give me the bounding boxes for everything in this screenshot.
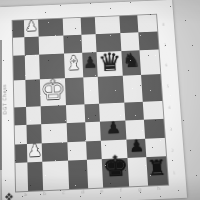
- rank-label-8: 8: [158, 14, 169, 35]
- square-a3[interactable]: [15, 125, 27, 144]
- black-king[interactable]: ♚: [102, 152, 129, 182]
- square-d5[interactable]: [65, 77, 84, 105]
- rank-label-7: 7: [159, 34, 170, 55]
- square-d2[interactable]: [68, 141, 87, 161]
- square-h1[interactable]: ♜: [147, 156, 169, 185]
- file-label-c: c: [54, 190, 73, 199]
- board-logo-icon: ❖: [4, 192, 14, 200]
- square-b1[interactable]: [27, 162, 43, 191]
- square-g5[interactable]: [123, 75, 143, 103]
- square-a2[interactable]: [15, 144, 27, 163]
- square-b7[interactable]: [24, 37, 39, 55]
- white-pawn[interactable]: ♟: [27, 142, 43, 159]
- rank-label-3: 3: [165, 118, 176, 140]
- file-label-f: f: [111, 187, 130, 196]
- white-pawn[interactable]: ♟: [25, 20, 38, 34]
- black-knight[interactable]: ♞: [122, 51, 141, 71]
- square-d6[interactable]: ♝: [64, 53, 83, 78]
- black-pawn[interactable]: ♟: [129, 138, 145, 155]
- file-label-e: e: [92, 188, 111, 197]
- square-h8[interactable]: [138, 15, 158, 33]
- square-a4[interactable]: [14, 107, 26, 126]
- square-d8[interactable]: [63, 18, 82, 36]
- square-g1[interactable]: [128, 157, 148, 186]
- square-b4[interactable]: [26, 106, 41, 125]
- noise-speckles-white: [0, 0, 1, 1]
- file-label-b: b: [35, 191, 54, 200]
- square-e4[interactable]: [85, 104, 101, 123]
- square-a8[interactable]: [13, 20, 25, 38]
- square-h4[interactable]: [143, 101, 163, 120]
- square-h5[interactable]: [141, 74, 162, 102]
- photo-canvas: ♟♝♟♛♞♚♟♟♟♚♜ DGT Chess ❖ abcdefgh 8765432…: [0, 0, 200, 200]
- file-label-d: d: [73, 189, 92, 198]
- square-h2[interactable]: [145, 138, 166, 158]
- square-c8[interactable]: [38, 19, 63, 37]
- black-queen[interactable]: ♛: [98, 49, 123, 75]
- black-rook[interactable]: ♜: [147, 158, 168, 180]
- square-c1[interactable]: [43, 161, 70, 191]
- rank-label-1: 1: [168, 162, 180, 185]
- square-c4[interactable]: [41, 105, 67, 124]
- square-d1[interactable]: [68, 160, 88, 189]
- square-e7[interactable]: [82, 34, 97, 52]
- square-f6[interactable]: ♛: [97, 51, 123, 77]
- playing-grid: ♟♝♟♛♞♚♟♟♟♚♜: [13, 15, 168, 192]
- square-b2[interactable]: ♟: [27, 143, 43, 162]
- square-e2[interactable]: [86, 140, 102, 159]
- square-e5[interactable]: [83, 77, 99, 105]
- black-pawn[interactable]: ♟: [106, 120, 122, 137]
- square-f8[interactable]: [95, 16, 121, 34]
- file-label-a: a: [16, 192, 35, 200]
- square-a1[interactable]: [15, 162, 28, 191]
- square-c3[interactable]: [42, 123, 68, 143]
- square-h6[interactable]: [140, 49, 161, 74]
- square-f5[interactable]: [98, 75, 125, 103]
- square-e3[interactable]: [85, 122, 101, 141]
- square-f1[interactable]: ♚: [102, 158, 129, 188]
- square-h7[interactable]: [139, 32, 159, 50]
- square-a5[interactable]: [14, 80, 26, 108]
- square-g7[interactable]: [121, 33, 140, 51]
- square-e1[interactable]: [87, 159, 103, 188]
- rank-label-4: 4: [164, 97, 175, 119]
- square-a7[interactable]: [13, 38, 25, 56]
- square-g2[interactable]: ♟: [127, 138, 147, 158]
- white-bishop[interactable]: ♝: [64, 53, 83, 73]
- square-e8[interactable]: [81, 17, 96, 35]
- square-d4[interactable]: [66, 104, 85, 123]
- square-c5[interactable]: ♚: [40, 78, 66, 106]
- square-c7[interactable]: [39, 36, 64, 55]
- square-h3[interactable]: [144, 119, 165, 138]
- rank-label-2: 2: [167, 140, 178, 162]
- square-b5[interactable]: [25, 79, 41, 107]
- square-d7[interactable]: [64, 35, 83, 53]
- square-e6[interactable]: ♟: [82, 52, 98, 77]
- board-brand-text: DGT Chess: [1, 59, 12, 115]
- file-label-h: h: [149, 186, 169, 195]
- square-c2[interactable]: [42, 142, 68, 162]
- noise-speckles-dark: [0, 0, 1, 1]
- square-g6[interactable]: ♞: [122, 50, 142, 75]
- file-label-g: g: [130, 186, 149, 195]
- white-king[interactable]: ♚: [40, 76, 66, 104]
- square-b8[interactable]: ♟: [24, 20, 39, 38]
- square-a6[interactable]: [13, 55, 25, 80]
- rank-label-5: 5: [162, 76, 173, 97]
- square-g4[interactable]: [125, 102, 144, 121]
- square-b6[interactable]: [25, 54, 40, 79]
- black-pawn[interactable]: ♟: [82, 55, 97, 71]
- square-d3[interactable]: [67, 122, 86, 141]
- square-g8[interactable]: [120, 15, 139, 33]
- square-f3[interactable]: ♟: [100, 121, 126, 141]
- photo-edge-shadow: [0, 40, 2, 170]
- rank-label-6: 6: [161, 55, 172, 76]
- chessboard: ♟♝♟♛♞♚♟♟♟♚♜ DGT Chess ❖ abcdefgh 8765432…: [0, 0, 187, 200]
